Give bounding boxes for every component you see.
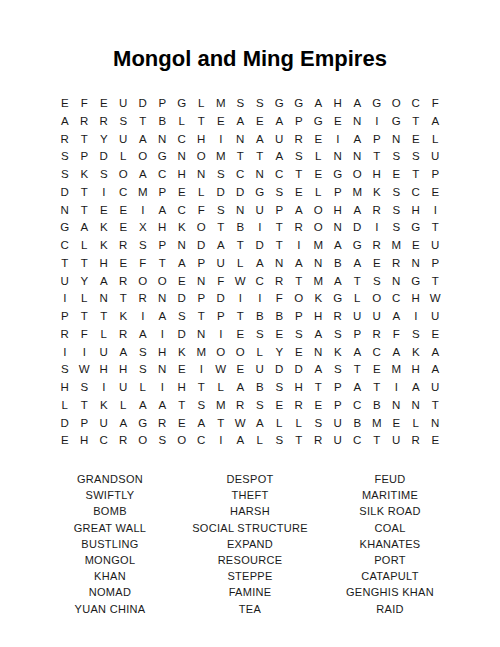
grid-cell-r5c16[interactable]: O [348, 166, 368, 184]
grid-cell-r12c6[interactable]: N [153, 290, 173, 308]
grid-cell-r13c15[interactable]: R [328, 308, 348, 326]
grid-cell-r3c3[interactable]: Y [94, 131, 114, 149]
grid-cell-r11c12[interactable]: R [270, 273, 290, 291]
grid-cell-r17c13[interactable]: H [289, 379, 309, 397]
grid-cell-r12c19[interactable]: H [406, 290, 426, 308]
grid-cell-r2c7[interactable]: L [172, 113, 192, 131]
grid-cell-r18c16[interactable]: C [348, 397, 368, 415]
grid-cell-r11c8[interactable]: N [192, 273, 212, 291]
grid-cell-r20c7[interactable]: O [172, 432, 192, 450]
grid-cell-r18c6[interactable]: A [153, 397, 173, 415]
grid-cell-r14c20[interactable]: E [426, 326, 446, 344]
grid-cell-r3c13[interactable]: R [289, 131, 309, 149]
grid-cell-r2c17[interactable]: I [367, 113, 387, 131]
grid-cell-r20c14[interactable]: R [309, 432, 329, 450]
grid-cell-r16c1[interactable]: S [55, 361, 75, 379]
grid-cell-r19c3[interactable]: U [94, 415, 114, 433]
grid-cell-r17c19[interactable]: A [406, 379, 426, 397]
grid-cell-r4c5[interactable]: O [133, 148, 153, 166]
grid-cell-r10c2[interactable]: T [75, 255, 95, 273]
grid-cell-r5c12[interactable]: C [270, 166, 290, 184]
grid-cell-r12c15[interactable]: G [328, 290, 348, 308]
grid-cell-r15c12[interactable]: Y [270, 344, 290, 362]
grid-cell-r1c3[interactable]: E [94, 95, 114, 113]
grid-cell-r20c10[interactable]: A [231, 432, 251, 450]
grid-cell-r14c16[interactable]: P [348, 326, 368, 344]
grid-cell-r4c19[interactable]: S [406, 148, 426, 166]
grid-cell-r11c1[interactable]: U [55, 273, 75, 291]
grid-cell-r6c18[interactable]: S [387, 184, 407, 202]
grid-cell-r19c5[interactable]: G [133, 415, 153, 433]
grid-cell-r11c6[interactable]: O [153, 273, 173, 291]
grid-cell-r19c8[interactable]: A [192, 415, 212, 433]
grid-cell-r10c4[interactable]: E [114, 255, 134, 273]
grid-cell-r19c14[interactable]: S [309, 415, 329, 433]
grid-cell-r17c11[interactable]: B [250, 379, 270, 397]
grid-cell-r18c11[interactable]: S [250, 397, 270, 415]
grid-cell-r18c2[interactable]: T [75, 397, 95, 415]
grid-cell-r15c17[interactable]: C [367, 344, 387, 362]
grid-cell-r20c4[interactable]: R [114, 432, 134, 450]
grid-cell-r14c17[interactable]: R [367, 326, 387, 344]
grid-cell-r16c20[interactable]: A [426, 361, 446, 379]
grid-cell-r17c4[interactable]: U [114, 379, 134, 397]
grid-cell-r7c17[interactable]: R [367, 202, 387, 220]
grid-cell-r7c15[interactable]: H [328, 202, 348, 220]
grid-cell-r10c15[interactable]: B [328, 255, 348, 273]
grid-cell-r8c18[interactable]: S [387, 219, 407, 237]
grid-cell-r10c6[interactable]: T [153, 255, 173, 273]
grid-cell-r2c16[interactable]: N [348, 113, 368, 131]
grid-cell-r12c8[interactable]: P [192, 290, 212, 308]
grid-cell-r18c10[interactable]: R [231, 397, 251, 415]
grid-cell-r14c15[interactable]: S [328, 326, 348, 344]
grid-cell-r9c19[interactable]: E [406, 237, 426, 255]
grid-cell-r7c5[interactable]: I [133, 202, 153, 220]
grid-cell-r19c4[interactable]: A [114, 415, 134, 433]
grid-cell-r1c11[interactable]: S [250, 95, 270, 113]
grid-cell-r13c16[interactable]: U [348, 308, 368, 326]
grid-cell-r19c17[interactable]: M [367, 415, 387, 433]
grid-cell-r3c11[interactable]: A [250, 131, 270, 149]
grid-cell-r4c10[interactable]: T [231, 148, 251, 166]
grid-cell-r18c19[interactable]: N [406, 397, 426, 415]
grid-cell-r16c7[interactable]: E [172, 361, 192, 379]
grid-cell-r14c12[interactable]: E [270, 326, 290, 344]
grid-cell-r18c8[interactable]: S [192, 397, 212, 415]
grid-cell-r17c20[interactable]: U [426, 379, 446, 397]
grid-cell-r1c10[interactable]: S [231, 95, 251, 113]
grid-cell-r2c6[interactable]: B [153, 113, 173, 131]
grid-cell-r5c3[interactable]: S [94, 166, 114, 184]
grid-cell-r5c13[interactable]: T [289, 166, 309, 184]
grid-cell-r2c9[interactable]: E [211, 113, 231, 131]
grid-cell-r19c16[interactable]: B [348, 415, 368, 433]
grid-cell-r1c2[interactable]: F [75, 95, 95, 113]
grid-cell-r12c16[interactable]: L [348, 290, 368, 308]
grid-cell-r3c4[interactable]: U [114, 131, 134, 149]
grid-cell-r15c15[interactable]: K [328, 344, 348, 362]
grid-cell-r16c10[interactable]: E [231, 361, 251, 379]
grid-cell-r14c8[interactable]: N [192, 326, 212, 344]
grid-cell-r11c9[interactable]: F [211, 273, 231, 291]
grid-cell-r2c19[interactable]: T [406, 113, 426, 131]
grid-cell-r20c12[interactable]: S [270, 432, 290, 450]
grid-cell-r7c12[interactable]: P [270, 202, 290, 220]
grid-cell-r9c16[interactable]: G [348, 237, 368, 255]
grid-cell-r7c4[interactable]: E [114, 202, 134, 220]
grid-cell-r14c3[interactable]: L [94, 326, 114, 344]
grid-cell-r11c19[interactable]: G [406, 273, 426, 291]
grid-cell-r12c4[interactable]: T [114, 290, 134, 308]
grid-cell-r2c15[interactable]: E [328, 113, 348, 131]
grid-cell-r19c13[interactable]: L [289, 415, 309, 433]
grid-cell-r10c17[interactable]: E [367, 255, 387, 273]
grid-cell-r15c14[interactable]: N [309, 344, 329, 362]
grid-cell-r13c18[interactable]: A [387, 308, 407, 326]
grid-cell-r16c3[interactable]: H [94, 361, 114, 379]
grid-cell-r11c14[interactable]: M [309, 273, 329, 291]
grid-cell-r11c17[interactable]: S [367, 273, 387, 291]
grid-cell-r9c11[interactable]: D [250, 237, 270, 255]
grid-cell-r10c13[interactable]: A [289, 255, 309, 273]
grid-cell-r18c7[interactable]: T [172, 397, 192, 415]
grid-cell-r15c5[interactable]: S [133, 344, 153, 362]
grid-cell-r17c17[interactable]: T [367, 379, 387, 397]
grid-cell-r11c10[interactable]: W [231, 273, 251, 291]
grid-cell-r8c6[interactable]: H [153, 219, 173, 237]
grid-cell-r2c20[interactable]: A [426, 113, 446, 131]
grid-cell-r11c3[interactable]: A [94, 273, 114, 291]
grid-cell-r16c12[interactable]: D [270, 361, 290, 379]
grid-cell-r4c15[interactable]: N [328, 148, 348, 166]
grid-cell-r14c5[interactable]: A [133, 326, 153, 344]
grid-cell-r18c17[interactable]: B [367, 397, 387, 415]
grid-cell-r1c6[interactable]: P [153, 95, 173, 113]
grid-cell-r9c4[interactable]: R [114, 237, 134, 255]
grid-cell-r7c16[interactable]: A [348, 202, 368, 220]
grid-cell-r11c18[interactable]: N [387, 273, 407, 291]
grid-cell-r8c20[interactable]: T [426, 219, 446, 237]
grid-cell-r14c11[interactable]: S [250, 326, 270, 344]
grid-cell-r3c6[interactable]: N [153, 131, 173, 149]
grid-cell-r10c3[interactable]: H [94, 255, 114, 273]
grid-cell-r7c1[interactable]: N [55, 202, 75, 220]
grid-cell-r5c6[interactable]: C [153, 166, 173, 184]
grid-cell-r16c2[interactable]: W [75, 361, 95, 379]
grid-cell-r10c5[interactable]: F [133, 255, 153, 273]
grid-cell-r14c2[interactable]: F [75, 326, 95, 344]
grid-cell-r2c14[interactable]: G [309, 113, 329, 131]
grid-cell-r5c15[interactable]: G [328, 166, 348, 184]
grid-cell-r20c6[interactable]: S [153, 432, 173, 450]
grid-cell-r3c15[interactable]: I [328, 131, 348, 149]
grid-cell-r13c14[interactable]: H [309, 308, 329, 326]
grid-cell-r12c20[interactable]: W [426, 290, 446, 308]
grid-cell-r16c5[interactable]: S [133, 361, 153, 379]
grid-cell-r8c9[interactable]: T [211, 219, 231, 237]
grid-cell-r13c12[interactable]: B [270, 308, 290, 326]
grid-cell-r1c15[interactable]: H [328, 95, 348, 113]
grid-cell-r16c11[interactable]: U [250, 361, 270, 379]
grid-cell-r11c4[interactable]: R [114, 273, 134, 291]
grid-cell-r5c18[interactable]: E [387, 166, 407, 184]
grid-cell-r15c13[interactable]: E [289, 344, 309, 362]
grid-cell-r18c15[interactable]: P [328, 397, 348, 415]
grid-cell-r17c8[interactable]: T [192, 379, 212, 397]
grid-cell-r4c2[interactable]: P [75, 148, 95, 166]
grid-cell-r10c1[interactable]: T [55, 255, 75, 273]
grid-cell-r17c14[interactable]: T [309, 379, 329, 397]
grid-cell-r4c18[interactable]: S [387, 148, 407, 166]
grid-cell-r7c13[interactable]: A [289, 202, 309, 220]
grid-cell-r3c14[interactable]: E [309, 131, 329, 149]
grid-cell-r6c1[interactable]: D [55, 184, 75, 202]
grid-cell-r17c10[interactable]: A [231, 379, 251, 397]
grid-cell-r19c10[interactable]: W [231, 415, 251, 433]
grid-cell-r15c20[interactable]: A [426, 344, 446, 362]
grid-cell-r5c2[interactable]: K [75, 166, 95, 184]
grid-cell-r13c1[interactable]: P [55, 308, 75, 326]
grid-cell-r6c20[interactable]: E [426, 184, 446, 202]
grid-cell-r18c12[interactable]: E [270, 397, 290, 415]
grid-cell-r11c20[interactable]: T [426, 273, 446, 291]
grid-cell-r3c12[interactable]: U [270, 131, 290, 149]
grid-cell-r3c5[interactable]: A [133, 131, 153, 149]
grid-cell-r9c2[interactable]: L [75, 237, 95, 255]
grid-cell-r19c12[interactable]: L [270, 415, 290, 433]
grid-cell-r15c1[interactable]: I [55, 344, 75, 362]
grid-cell-r4c9[interactable]: M [211, 148, 231, 166]
grid-cell-r17c2[interactable]: S [75, 379, 95, 397]
grid-cell-r10c9[interactable]: U [211, 255, 231, 273]
grid-cell-r9c1[interactable]: C [55, 237, 75, 255]
grid-cell-r7c3[interactable]: E [94, 202, 114, 220]
grid-cell-r17c9[interactable]: L [211, 379, 231, 397]
grid-cell-r9c18[interactable]: M [387, 237, 407, 255]
grid-cell-r7c10[interactable]: N [231, 202, 251, 220]
grid-cell-r3c2[interactable]: T [75, 131, 95, 149]
grid-cell-r20c9[interactable]: I [211, 432, 231, 450]
grid-cell-r11c13[interactable]: T [289, 273, 309, 291]
grid-cell-r4c20[interactable]: U [426, 148, 446, 166]
grid-cell-r14c14[interactable]: A [309, 326, 329, 344]
grid-cell-r6c6[interactable]: P [153, 184, 173, 202]
grid-cell-r6c14[interactable]: L [309, 184, 329, 202]
grid-cell-r14c9[interactable]: I [211, 326, 231, 344]
grid-cell-r6c8[interactable]: L [192, 184, 212, 202]
grid-cell-r3c8[interactable]: H [192, 131, 212, 149]
grid-cell-r7c7[interactable]: C [172, 202, 192, 220]
grid-cell-r2c5[interactable]: T [133, 113, 153, 131]
grid-cell-r11c16[interactable]: T [348, 273, 368, 291]
grid-cell-r19c15[interactable]: U [328, 415, 348, 433]
grid-cell-r13c3[interactable]: T [94, 308, 114, 326]
grid-cell-r17c12[interactable]: S [270, 379, 290, 397]
grid-cell-r7c20[interactable]: I [426, 202, 446, 220]
grid-cell-r5c9[interactable]: S [211, 166, 231, 184]
grid-cell-r3c7[interactable]: C [172, 131, 192, 149]
grid-cell-r14c13[interactable]: S [289, 326, 309, 344]
grid-cell-r4c8[interactable]: O [192, 148, 212, 166]
grid-cell-r7c14[interactable]: O [309, 202, 329, 220]
grid-cell-r14c7[interactable]: D [172, 326, 192, 344]
grid-cell-r12c14[interactable]: K [309, 290, 329, 308]
grid-cell-r8c7[interactable]: K [172, 219, 192, 237]
grid-cell-r11c11[interactable]: C [250, 273, 270, 291]
grid-cell-r4c4[interactable]: L [114, 148, 134, 166]
grid-cell-r12c5[interactable]: R [133, 290, 153, 308]
grid-cell-r19c18[interactable]: E [387, 415, 407, 433]
grid-cell-r5c10[interactable]: C [231, 166, 251, 184]
grid-cell-r16c14[interactable]: A [309, 361, 329, 379]
grid-cell-r19c20[interactable]: N [426, 415, 446, 433]
grid-cell-r6c3[interactable]: I [94, 184, 114, 202]
grid-cell-r8c11[interactable]: I [250, 219, 270, 237]
grid-cell-r8c16[interactable]: D [348, 219, 368, 237]
grid-cell-r4c14[interactable]: L [309, 148, 329, 166]
grid-cell-r12c17[interactable]: O [367, 290, 387, 308]
grid-cell-r15c9[interactable]: O [211, 344, 231, 362]
grid-cell-r5c19[interactable]: T [406, 166, 426, 184]
grid-cell-r8c1[interactable]: G [55, 219, 75, 237]
grid-cell-r5c4[interactable]: O [114, 166, 134, 184]
grid-cell-r20c19[interactable]: R [406, 432, 426, 450]
grid-cell-r17c16[interactable]: A [348, 379, 368, 397]
grid-cell-r10c16[interactable]: A [348, 255, 368, 273]
grid-cell-r20c13[interactable]: T [289, 432, 309, 450]
grid-cell-r15c2[interactable]: I [75, 344, 95, 362]
grid-cell-r5c5[interactable]: A [133, 166, 153, 184]
grid-cell-r10c11[interactable]: A [250, 255, 270, 273]
grid-cell-r17c5[interactable]: L [133, 379, 153, 397]
grid-cell-r6c17[interactable]: K [367, 184, 387, 202]
grid-cell-r1c14[interactable]: A [309, 95, 329, 113]
grid-cell-r17c18[interactable]: I [387, 379, 407, 397]
grid-cell-r15c19[interactable]: K [406, 344, 426, 362]
grid-cell-r15c6[interactable]: H [153, 344, 173, 362]
grid-cell-r13c17[interactable]: U [367, 308, 387, 326]
grid-cell-r13c7[interactable]: S [172, 308, 192, 326]
grid-cell-r13c13[interactable]: P [289, 308, 309, 326]
grid-cell-r17c1[interactable]: H [55, 379, 75, 397]
grid-cell-r16c18[interactable]: M [387, 361, 407, 379]
grid-cell-r20c1[interactable]: E [55, 432, 75, 450]
grid-cell-r12c3[interactable]: N [94, 290, 114, 308]
grid-cell-r9c7[interactable]: N [172, 237, 192, 255]
grid-cell-r13c9[interactable]: P [211, 308, 231, 326]
grid-cell-r6c15[interactable]: P [328, 184, 348, 202]
grid-cell-r9c8[interactable]: D [192, 237, 212, 255]
grid-cell-r19c7[interactable]: E [172, 415, 192, 433]
grid-cell-r8c12[interactable]: T [270, 219, 290, 237]
grid-cell-r2c12[interactable]: A [270, 113, 290, 131]
grid-cell-r6c11[interactable]: G [250, 184, 270, 202]
grid-cell-r8c15[interactable]: N [328, 219, 348, 237]
grid-cell-r6c7[interactable]: E [172, 184, 192, 202]
grid-cell-r2c1[interactable]: A [55, 113, 75, 131]
grid-cell-r17c7[interactable]: H [172, 379, 192, 397]
grid-cell-r13c10[interactable]: T [231, 308, 251, 326]
grid-cell-r16c15[interactable]: S [328, 361, 348, 379]
grid-cell-r16c9[interactable]: W [211, 361, 231, 379]
grid-cell-r15c16[interactable]: A [348, 344, 368, 362]
grid-cell-r16c13[interactable]: D [289, 361, 309, 379]
grid-cell-r15c18[interactable]: A [387, 344, 407, 362]
grid-cell-r11c2[interactable]: Y [75, 273, 95, 291]
grid-cell-r9c3[interactable]: K [94, 237, 114, 255]
grid-cell-r1c16[interactable]: A [348, 95, 368, 113]
grid-cell-r8c19[interactable]: G [406, 219, 426, 237]
grid-cell-r1c17[interactable]: G [367, 95, 387, 113]
grid-cell-r7c11[interactable]: U [250, 202, 270, 220]
grid-cell-r16c17[interactable]: E [367, 361, 387, 379]
grid-cell-r13c5[interactable]: I [133, 308, 153, 326]
grid-cell-r13c19[interactable]: I [406, 308, 426, 326]
grid-cell-r4c6[interactable]: G [153, 148, 173, 166]
grid-cell-r8c4[interactable]: E [114, 219, 134, 237]
grid-cell-r17c15[interactable]: P [328, 379, 348, 397]
grid-cell-r7c19[interactable]: H [406, 202, 426, 220]
grid-cell-r6c5[interactable]: M [133, 184, 153, 202]
grid-cell-r4c1[interactable]: S [55, 148, 75, 166]
grid-cell-r2c8[interactable]: T [192, 113, 212, 131]
grid-cell-r7c2[interactable]: T [75, 202, 95, 220]
grid-cell-r12c18[interactable]: C [387, 290, 407, 308]
grid-cell-r11c7[interactable]: E [172, 273, 192, 291]
grid-cell-r1c4[interactable]: U [114, 95, 134, 113]
grid-cell-r11c15[interactable]: A [328, 273, 348, 291]
grid-cell-r20c20[interactable]: E [426, 432, 446, 450]
grid-cell-r20c8[interactable]: C [192, 432, 212, 450]
grid-cell-r7c6[interactable]: A [153, 202, 173, 220]
grid-cell-r13c20[interactable]: U [426, 308, 446, 326]
grid-cell-r18c18[interactable]: N [387, 397, 407, 415]
grid-cell-r2c10[interactable]: A [231, 113, 251, 131]
grid-cell-r2c11[interactable]: E [250, 113, 270, 131]
grid-cell-r5c1[interactable]: S [55, 166, 75, 184]
grid-cell-r4c13[interactable]: S [289, 148, 309, 166]
grid-cell-r12c9[interactable]: D [211, 290, 231, 308]
grid-cell-r6c2[interactable]: T [75, 184, 95, 202]
grid-cell-r14c19[interactable]: S [406, 326, 426, 344]
grid-cell-r20c3[interactable]: C [94, 432, 114, 450]
grid-cell-r3c9[interactable]: I [211, 131, 231, 149]
grid-cell-r6c9[interactable]: D [211, 184, 231, 202]
grid-cell-r14c4[interactable]: R [114, 326, 134, 344]
grid-cell-r9c14[interactable]: M [309, 237, 329, 255]
grid-cell-r14c6[interactable]: I [153, 326, 173, 344]
grid-cell-r4c7[interactable]: N [172, 148, 192, 166]
grid-cell-r18c14[interactable]: E [309, 397, 329, 415]
grid-cell-r4c11[interactable]: T [250, 148, 270, 166]
grid-cell-r19c1[interactable]: D [55, 415, 75, 433]
grid-cell-r13c2[interactable]: T [75, 308, 95, 326]
grid-cell-r9c20[interactable]: U [426, 237, 446, 255]
grid-cell-r18c5[interactable]: A [133, 397, 153, 415]
grid-cell-r12c1[interactable]: I [55, 290, 75, 308]
grid-cell-r20c17[interactable]: T [367, 432, 387, 450]
grid-cell-r6c12[interactable]: S [270, 184, 290, 202]
grid-cell-r5c14[interactable]: E [309, 166, 329, 184]
grid-cell-r10c10[interactable]: L [231, 255, 251, 273]
grid-cell-r6c4[interactable]: C [114, 184, 134, 202]
grid-cell-r4c17[interactable]: T [367, 148, 387, 166]
grid-cell-r9c9[interactable]: A [211, 237, 231, 255]
grid-cell-r3c1[interactable]: R [55, 131, 75, 149]
grid-cell-r8c10[interactable]: B [231, 219, 251, 237]
grid-cell-r16c8[interactable]: I [192, 361, 212, 379]
